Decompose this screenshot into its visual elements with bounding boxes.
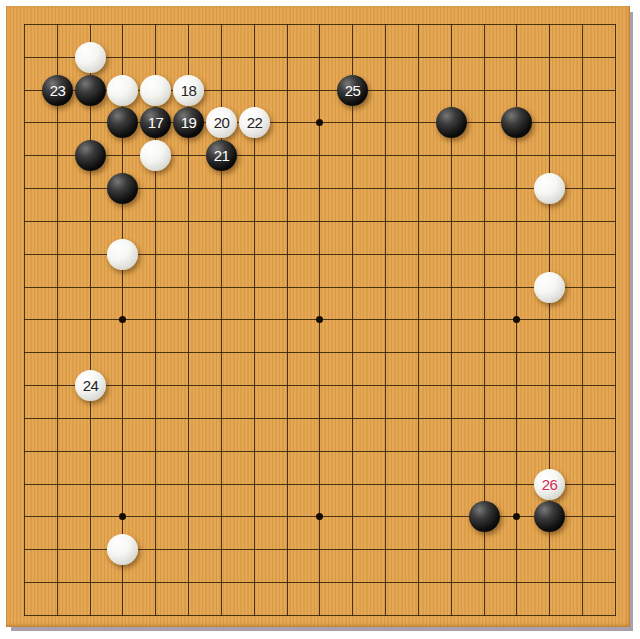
white-stone: 20 <box>206 107 237 138</box>
black-stone <box>469 501 500 532</box>
white-stone: 26 <box>534 469 565 500</box>
grid-line <box>582 24 583 616</box>
move-number: 26 <box>542 477 558 492</box>
go-board[interactable]: 23182517192022212426 <box>6 6 630 627</box>
diagram-frame: 23182517192022212426 <box>0 0 640 639</box>
grid-line <box>24 418 616 419</box>
black-stone: 17 <box>140 107 171 138</box>
black-stone <box>534 501 565 532</box>
grid-line <box>24 24 25 616</box>
grid-line <box>24 221 616 222</box>
black-stone <box>75 140 106 171</box>
grid-line <box>24 155 616 156</box>
black-stone: 19 <box>173 107 204 138</box>
star-point <box>316 119 323 126</box>
move-number: 18 <box>181 83 197 98</box>
move-number: 21 <box>214 148 230 163</box>
grid-line <box>57 24 58 616</box>
black-stone <box>75 75 106 106</box>
grid-line <box>24 451 616 452</box>
grid-line <box>615 24 616 616</box>
move-number: 24 <box>83 378 99 393</box>
black-stone: 21 <box>206 140 237 171</box>
move-number: 19 <box>181 115 197 130</box>
white-stone: 18 <box>173 75 204 106</box>
white-stone <box>534 272 565 303</box>
black-stone <box>107 173 138 204</box>
move-number: 25 <box>345 83 361 98</box>
white-stone <box>107 239 138 270</box>
grid-line <box>24 615 616 616</box>
move-number: 17 <box>148 115 164 130</box>
black-stone: 23 <box>42 75 73 106</box>
star-point <box>316 513 323 520</box>
grid-line <box>24 57 616 58</box>
move-number: 20 <box>214 115 230 130</box>
grid-line <box>418 24 419 616</box>
black-stone <box>107 107 138 138</box>
white-stone: 24 <box>75 370 106 401</box>
white-stone: 22 <box>239 107 270 138</box>
black-stone: 25 <box>337 75 368 106</box>
white-stone <box>107 534 138 565</box>
grid-line <box>24 287 616 288</box>
black-stone <box>501 107 532 138</box>
star-point <box>513 316 520 323</box>
white-stone <box>140 140 171 171</box>
grid-line <box>352 24 353 616</box>
grid-line <box>24 484 616 485</box>
white-stone <box>75 42 106 73</box>
star-point <box>119 513 126 520</box>
white-stone <box>107 75 138 106</box>
grid-line <box>24 582 616 583</box>
white-stone <box>140 75 171 106</box>
grid-line <box>24 385 616 386</box>
grid-line <box>287 24 288 616</box>
star-point <box>513 513 520 520</box>
grid-line <box>24 24 616 25</box>
move-number: 23 <box>50 83 66 98</box>
grid-line <box>24 352 616 353</box>
star-point <box>119 316 126 323</box>
move-number: 22 <box>247 115 263 130</box>
grid-line <box>385 24 386 616</box>
black-stone <box>436 107 467 138</box>
white-stone <box>534 173 565 204</box>
grid-line <box>90 24 91 616</box>
star-point <box>316 316 323 323</box>
